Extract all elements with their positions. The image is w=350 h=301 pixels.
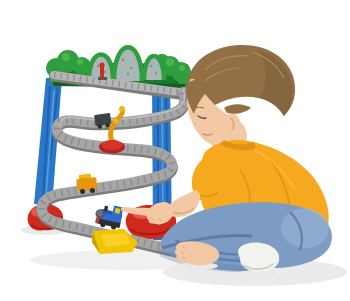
product-photo: [0, 0, 350, 301]
jeans-knee: [281, 208, 329, 248]
arch-right: [144, 56, 164, 80]
scene-illustration: [0, 0, 350, 301]
boy-hair-over-ear: [224, 104, 251, 114]
boy-sock-foot: [238, 243, 279, 278]
arch-center: [114, 47, 142, 81]
thomas-engine: [93, 202, 124, 231]
